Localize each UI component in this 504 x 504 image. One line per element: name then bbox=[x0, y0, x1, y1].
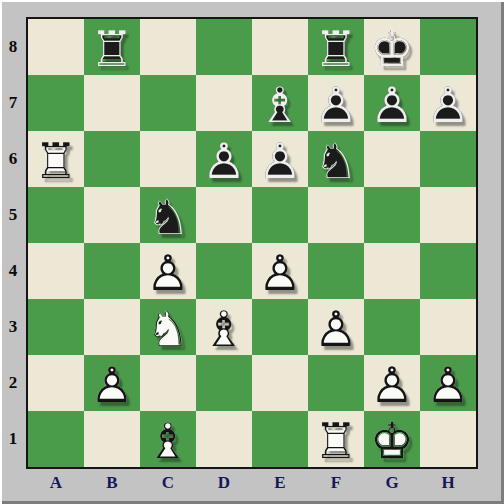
black-rook[interactable]: ♜♖ bbox=[308, 19, 364, 75]
file-label-f: F bbox=[308, 469, 364, 497]
piece-fill-glyph: ♟ bbox=[252, 133, 308, 189]
rank-label-8: 8 bbox=[0, 19, 26, 75]
square-d7[interactable] bbox=[196, 75, 252, 131]
piece-fill-glyph: ♝ bbox=[196, 301, 252, 357]
file-label-g: G bbox=[364, 469, 420, 497]
square-g5[interactable] bbox=[364, 187, 420, 243]
square-e1[interactable] bbox=[252, 411, 308, 467]
piece-fill-glyph: ♜ bbox=[308, 413, 364, 469]
piece-outline-glyph: ♗ bbox=[196, 301, 252, 357]
piece-outline-glyph: ♖ bbox=[84, 21, 140, 77]
square-h8[interactable] bbox=[420, 19, 476, 75]
piece-outline-glyph: ♔ bbox=[364, 21, 420, 77]
square-f3[interactable]: ♟♙ bbox=[308, 299, 364, 355]
piece-fill-glyph: ♜ bbox=[28, 133, 84, 189]
square-b4[interactable] bbox=[84, 243, 140, 299]
black-knight[interactable]: ♞♘ bbox=[140, 187, 196, 243]
chess-board: ♜♖♜♖♚♔♝♗♟♙♟♙♟♙♜♖♟♙♟♙♞♘♞♘♟♙♟♙♞♘♝♗♟♙♟♙♟♙♟♙… bbox=[26, 17, 478, 469]
square-g3[interactable] bbox=[364, 299, 420, 355]
piece-outline-glyph: ♙ bbox=[420, 357, 476, 413]
white-pawn[interactable]: ♟♙ bbox=[84, 355, 140, 411]
piece-outline-glyph: ♖ bbox=[308, 21, 364, 77]
square-f2[interactable] bbox=[308, 355, 364, 411]
square-a3[interactable] bbox=[28, 299, 84, 355]
rank-label-1: 1 bbox=[0, 411, 26, 467]
square-e3[interactable] bbox=[252, 299, 308, 355]
black-rook[interactable]: ♜♖ bbox=[84, 19, 140, 75]
square-b7[interactable] bbox=[84, 75, 140, 131]
square-b8[interactable]: ♜♖ bbox=[84, 19, 140, 75]
board-frame: 87654321 ♜♖♜♖♚♔♝♗♟♙♟♙♟♙♜♖♟♙♟♙♞♘♞♘♟♙♟♙♞♘♝… bbox=[0, 0, 504, 504]
square-c5[interactable]: ♞♘ bbox=[140, 187, 196, 243]
piece-fill-glyph: ♟ bbox=[364, 357, 420, 413]
black-king[interactable]: ♚♔ bbox=[364, 19, 420, 75]
piece-outline-glyph: ♙ bbox=[84, 357, 140, 413]
white-king[interactable]: ♚♔ bbox=[364, 411, 420, 467]
piece-outline-glyph: ♘ bbox=[140, 301, 196, 357]
piece-fill-glyph: ♟ bbox=[364, 77, 420, 133]
piece-outline-glyph: ♔ bbox=[364, 413, 420, 469]
black-pawn[interactable]: ♟♙ bbox=[308, 75, 364, 131]
black-pawn[interactable]: ♟♙ bbox=[420, 75, 476, 131]
piece-fill-glyph: ♟ bbox=[308, 301, 364, 357]
square-c6[interactable] bbox=[140, 131, 196, 187]
square-b3[interactable] bbox=[84, 299, 140, 355]
piece-outline-glyph: ♗ bbox=[252, 77, 308, 133]
square-f6[interactable]: ♞♘ bbox=[308, 131, 364, 187]
square-b6[interactable] bbox=[84, 131, 140, 187]
square-c4[interactable]: ♟♙ bbox=[140, 243, 196, 299]
square-e2[interactable] bbox=[252, 355, 308, 411]
white-pawn[interactable]: ♟♙ bbox=[252, 243, 308, 299]
square-f4[interactable] bbox=[308, 243, 364, 299]
rank-label-5: 5 bbox=[0, 187, 26, 243]
square-c3[interactable]: ♞♘ bbox=[140, 299, 196, 355]
square-c2[interactable] bbox=[140, 355, 196, 411]
white-pawn[interactable]: ♟♙ bbox=[140, 243, 196, 299]
square-d6[interactable]: ♟♙ bbox=[196, 131, 252, 187]
rank-label-4: 4 bbox=[0, 243, 26, 299]
square-b2[interactable]: ♟♙ bbox=[84, 355, 140, 411]
piece-outline-glyph: ♙ bbox=[420, 77, 476, 133]
square-b1[interactable] bbox=[84, 411, 140, 467]
piece-outline-glyph: ♙ bbox=[364, 357, 420, 413]
piece-fill-glyph: ♟ bbox=[308, 77, 364, 133]
file-label-d: D bbox=[196, 469, 252, 497]
square-d3[interactable]: ♝♗ bbox=[196, 299, 252, 355]
rank-label-3: 3 bbox=[0, 299, 26, 355]
white-rook[interactable]: ♜♖ bbox=[28, 131, 84, 187]
square-f7[interactable]: ♟♙ bbox=[308, 75, 364, 131]
piece-fill-glyph: ♟ bbox=[140, 245, 196, 301]
square-a8[interactable] bbox=[28, 19, 84, 75]
square-h1[interactable] bbox=[420, 411, 476, 467]
square-a5[interactable] bbox=[28, 187, 84, 243]
square-h3[interactable] bbox=[420, 299, 476, 355]
square-h2[interactable]: ♟♙ bbox=[420, 355, 476, 411]
square-g6[interactable] bbox=[364, 131, 420, 187]
square-f5[interactable] bbox=[308, 187, 364, 243]
white-knight[interactable]: ♞♘ bbox=[140, 299, 196, 355]
square-g1[interactable]: ♚♔ bbox=[364, 411, 420, 467]
file-label-c: C bbox=[140, 469, 196, 497]
piece-fill-glyph: ♝ bbox=[140, 413, 196, 469]
square-a1[interactable] bbox=[28, 411, 84, 467]
piece-outline-glyph: ♙ bbox=[364, 77, 420, 133]
square-e8[interactable] bbox=[252, 19, 308, 75]
square-e7[interactable]: ♝♗ bbox=[252, 75, 308, 131]
square-g2[interactable]: ♟♙ bbox=[364, 355, 420, 411]
piece-fill-glyph: ♞ bbox=[140, 189, 196, 245]
square-h6[interactable] bbox=[420, 131, 476, 187]
piece-fill-glyph: ♚ bbox=[364, 21, 420, 77]
piece-outline-glyph: ♘ bbox=[308, 133, 364, 189]
square-d5[interactable] bbox=[196, 187, 252, 243]
square-h4[interactable] bbox=[420, 243, 476, 299]
piece-fill-glyph: ♝ bbox=[252, 77, 308, 133]
white-bishop[interactable]: ♝♗ bbox=[196, 299, 252, 355]
white-bishop[interactable]: ♝♗ bbox=[140, 411, 196, 467]
file-labels: ABCDEFGH bbox=[28, 469, 476, 497]
square-e4[interactable]: ♟♙ bbox=[252, 243, 308, 299]
square-a2[interactable] bbox=[28, 355, 84, 411]
piece-outline-glyph: ♘ bbox=[140, 189, 196, 245]
rank-label-6: 6 bbox=[0, 131, 26, 187]
file-label-a: A bbox=[28, 469, 84, 497]
square-c7[interactable] bbox=[140, 75, 196, 131]
square-d1[interactable] bbox=[196, 411, 252, 467]
file-label-e: E bbox=[252, 469, 308, 497]
square-d2[interactable] bbox=[196, 355, 252, 411]
square-f8[interactable]: ♜♖ bbox=[308, 19, 364, 75]
square-b5[interactable] bbox=[84, 187, 140, 243]
square-a7[interactable] bbox=[28, 75, 84, 131]
piece-fill-glyph: ♟ bbox=[84, 357, 140, 413]
square-g7[interactable]: ♟♙ bbox=[364, 75, 420, 131]
piece-fill-glyph: ♟ bbox=[196, 133, 252, 189]
piece-outline-glyph: ♙ bbox=[308, 301, 364, 357]
black-pawn[interactable]: ♟♙ bbox=[252, 131, 308, 187]
square-a4[interactable] bbox=[28, 243, 84, 299]
piece-outline-glyph: ♙ bbox=[308, 77, 364, 133]
piece-outline-glyph: ♗ bbox=[140, 413, 196, 469]
white-pawn[interactable]: ♟♙ bbox=[308, 299, 364, 355]
piece-outline-glyph: ♙ bbox=[196, 133, 252, 189]
piece-fill-glyph: ♟ bbox=[252, 245, 308, 301]
square-c1[interactable]: ♝♗ bbox=[140, 411, 196, 467]
piece-fill-glyph: ♜ bbox=[84, 21, 140, 77]
black-bishop[interactable]: ♝♗ bbox=[252, 75, 308, 131]
square-d8[interactable] bbox=[196, 19, 252, 75]
white-rook[interactable]: ♜♖ bbox=[308, 411, 364, 467]
piece-outline-glyph: ♖ bbox=[28, 133, 84, 189]
rank-labels: 87654321 bbox=[0, 19, 26, 467]
square-c8[interactable] bbox=[140, 19, 196, 75]
piece-fill-glyph: ♟ bbox=[420, 77, 476, 133]
white-pawn[interactable]: ♟♙ bbox=[420, 355, 476, 411]
piece-fill-glyph: ♞ bbox=[140, 301, 196, 357]
piece-fill-glyph: ♚ bbox=[364, 413, 420, 469]
square-a6[interactable]: ♜♖ bbox=[28, 131, 84, 187]
piece-fill-glyph: ♞ bbox=[308, 133, 364, 189]
black-knight[interactable]: ♞♘ bbox=[308, 131, 364, 187]
file-label-b: B bbox=[84, 469, 140, 497]
square-g4[interactable] bbox=[364, 243, 420, 299]
rank-label-7: 7 bbox=[0, 75, 26, 131]
black-pawn[interactable]: ♟♙ bbox=[196, 131, 252, 187]
file-label-h: H bbox=[420, 469, 476, 497]
piece-outline-glyph: ♖ bbox=[308, 413, 364, 469]
square-e6[interactable]: ♟♙ bbox=[252, 131, 308, 187]
piece-outline-glyph: ♙ bbox=[252, 133, 308, 189]
square-h7[interactable]: ♟♙ bbox=[420, 75, 476, 131]
piece-fill-glyph: ♜ bbox=[308, 21, 364, 77]
piece-outline-glyph: ♙ bbox=[140, 245, 196, 301]
piece-fill-glyph: ♟ bbox=[420, 357, 476, 413]
square-d4[interactable] bbox=[196, 243, 252, 299]
square-g8[interactable]: ♚♔ bbox=[364, 19, 420, 75]
white-pawn[interactable]: ♟♙ bbox=[364, 355, 420, 411]
rank-label-2: 2 bbox=[0, 355, 26, 411]
square-f1[interactable]: ♜♖ bbox=[308, 411, 364, 467]
black-pawn[interactable]: ♟♙ bbox=[364, 75, 420, 131]
piece-outline-glyph: ♙ bbox=[252, 245, 308, 301]
square-e5[interactable] bbox=[252, 187, 308, 243]
square-h5[interactable] bbox=[420, 187, 476, 243]
